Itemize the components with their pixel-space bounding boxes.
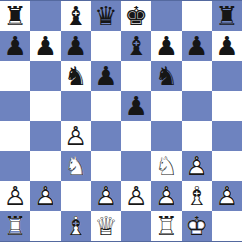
square-d7[interactable] <box>91 31 121 61</box>
square-f3[interactable]: ♞♘ <box>151 151 181 181</box>
square-d4[interactable] <box>91 121 121 151</box>
black-piece-body: ♜ <box>212 1 242 31</box>
black-piece-body: ♟ <box>61 31 91 61</box>
piece-white-bishop[interactable]: ♝♗ <box>61 211 91 241</box>
square-g6[interactable] <box>182 61 212 91</box>
square-c7[interactable]: ♟ <box>61 31 91 61</box>
piece-white-rook[interactable]: ♜♖ <box>151 211 181 241</box>
piece-white-queen[interactable]: ♛♕ <box>91 211 121 241</box>
piece-black-knight[interactable]: ♞ <box>61 61 91 91</box>
piece-black-pawn[interactable]: ♟ <box>151 31 181 61</box>
square-c4[interactable]: ♟♙ <box>61 121 91 151</box>
piece-white-pawn[interactable]: ♟♙ <box>121 181 151 211</box>
piece-white-pawn[interactable]: ♟♙ <box>91 181 121 211</box>
white-piece-outline: ♙ <box>212 181 242 211</box>
white-piece-outline: ♘ <box>61 151 91 181</box>
piece-white-pawn[interactable]: ♟♙ <box>0 181 30 211</box>
white-piece-outline: ♗ <box>182 181 212 211</box>
piece-white-king[interactable]: ♚♔ <box>182 211 212 241</box>
black-piece-body: ♟ <box>30 31 60 61</box>
white-piece-outline: ♗ <box>61 211 91 241</box>
piece-black-rook[interactable]: ♜ <box>212 1 242 31</box>
square-a6[interactable] <box>0 61 30 91</box>
square-a7[interactable]: ♟ <box>0 31 30 61</box>
black-piece-body: ♜ <box>0 1 30 31</box>
piece-white-pawn[interactable]: ♟♙ <box>212 181 242 211</box>
piece-black-rook[interactable]: ♜ <box>0 1 30 31</box>
square-h3[interactable] <box>212 151 242 181</box>
square-f7[interactable]: ♟ <box>151 31 181 61</box>
square-e3[interactable] <box>121 151 151 181</box>
square-b3[interactable] <box>30 151 60 181</box>
square-f5[interactable] <box>151 91 181 121</box>
square-e4[interactable] <box>121 121 151 151</box>
piece-white-knight[interactable]: ♞♘ <box>151 151 181 181</box>
white-piece-outline: ♖ <box>151 211 181 241</box>
square-f6[interactable]: ♞ <box>151 61 181 91</box>
square-h7[interactable]: ♟ <box>212 31 242 61</box>
piece-black-pawn[interactable]: ♟ <box>30 31 60 61</box>
square-g8[interactable] <box>182 1 212 31</box>
black-piece-body: ♝ <box>61 1 91 31</box>
black-piece-body: ♛ <box>91 1 121 31</box>
square-a4[interactable] <box>0 121 30 151</box>
piece-black-queen[interactable]: ♛ <box>91 1 121 31</box>
square-g2[interactable]: ♝♗ <box>182 181 212 211</box>
square-g7[interactable]: ♟ <box>182 31 212 61</box>
square-b7[interactable]: ♟ <box>30 31 60 61</box>
square-h1[interactable] <box>212 211 242 241</box>
square-e2[interactable]: ♟♙ <box>121 181 151 211</box>
square-d5[interactable] <box>91 91 121 121</box>
piece-white-rook[interactable]: ♜♖ <box>0 211 30 241</box>
square-h8[interactable]: ♜ <box>212 1 242 31</box>
piece-black-pawn[interactable]: ♟ <box>0 31 30 61</box>
piece-white-pawn[interactable]: ♟♙ <box>151 181 181 211</box>
piece-black-bishop[interactable]: ♝ <box>61 1 91 31</box>
black-piece-body: ♚ <box>121 1 151 31</box>
square-g3[interactable]: ♟♙ <box>182 151 212 181</box>
white-piece-outline: ♔ <box>182 211 212 241</box>
white-piece-outline: ♙ <box>151 181 181 211</box>
square-c8[interactable]: ♝ <box>61 1 91 31</box>
square-f4[interactable] <box>151 121 181 151</box>
square-e5[interactable]: ♟ <box>121 91 151 121</box>
square-a3[interactable] <box>0 151 30 181</box>
white-piece-outline: ♙ <box>61 121 91 151</box>
square-c1[interactable]: ♝♗ <box>61 211 91 241</box>
square-d1[interactable]: ♛♕ <box>91 211 121 241</box>
square-e7[interactable]: ♝ <box>121 31 151 61</box>
square-g4[interactable] <box>182 121 212 151</box>
square-d3[interactable] <box>91 151 121 181</box>
black-piece-body: ♟ <box>151 31 181 61</box>
square-e6[interactable] <box>121 61 151 91</box>
square-d6[interactable]: ♟ <box>91 61 121 91</box>
square-b4[interactable] <box>30 121 60 151</box>
square-c6[interactable]: ♞ <box>61 61 91 91</box>
square-c2[interactable] <box>61 181 91 211</box>
square-c3[interactable]: ♞♘ <box>61 151 91 181</box>
black-piece-body: ♞ <box>151 61 181 91</box>
square-h5[interactable] <box>212 91 242 121</box>
white-piece-outline: ♙ <box>182 151 212 181</box>
white-piece-outline: ♘ <box>151 151 181 181</box>
square-h2[interactable]: ♟♙ <box>212 181 242 211</box>
square-a2[interactable]: ♟♙ <box>0 181 30 211</box>
square-g1[interactable]: ♚♔ <box>182 211 212 241</box>
white-piece-outline: ♙ <box>0 181 30 211</box>
white-piece-outline: ♖ <box>0 211 30 241</box>
square-a5[interactable] <box>0 91 30 121</box>
piece-black-knight[interactable]: ♞ <box>151 61 181 91</box>
piece-white-knight[interactable]: ♞♘ <box>61 151 91 181</box>
square-b5[interactable] <box>30 91 60 121</box>
black-piece-body: ♟ <box>0 31 30 61</box>
black-piece-body: ♝ <box>121 31 151 61</box>
square-d2[interactable]: ♟♙ <box>91 181 121 211</box>
piece-white-pawn[interactable]: ♟♙ <box>182 151 212 181</box>
piece-black-king[interactable]: ♚ <box>121 1 151 31</box>
black-piece-body: ♟ <box>212 31 242 61</box>
piece-white-pawn[interactable]: ♟♙ <box>30 181 60 211</box>
black-piece-body: ♟ <box>91 61 121 91</box>
white-piece-outline: ♙ <box>91 181 121 211</box>
piece-black-pawn[interactable]: ♟ <box>121 91 151 121</box>
piece-black-pawn[interactable]: ♟ <box>91 61 121 91</box>
black-piece-body: ♟ <box>182 31 212 61</box>
chess-board: ♜♝♛♚♜♟♟♟♝♟♟♟♞♟♞♟♟♙♞♘♞♘♟♙♟♙♟♙♟♙♟♙♟♙♝♗♟♙♜♖… <box>0 0 242 242</box>
black-piece-body: ♟ <box>121 91 151 121</box>
black-piece-body: ♞ <box>61 61 91 91</box>
white-piece-outline: ♙ <box>30 181 60 211</box>
square-h4[interactable] <box>212 121 242 151</box>
square-b2[interactable]: ♟♙ <box>30 181 60 211</box>
square-b6[interactable] <box>30 61 60 91</box>
square-b8[interactable] <box>30 1 60 31</box>
piece-black-pawn[interactable]: ♟ <box>182 31 212 61</box>
piece-black-pawn[interactable]: ♟ <box>61 31 91 61</box>
square-f1[interactable]: ♜♖ <box>151 211 181 241</box>
piece-black-bishop[interactable]: ♝ <box>121 31 151 61</box>
piece-black-pawn[interactable]: ♟ <box>212 31 242 61</box>
square-c5[interactable] <box>61 91 91 121</box>
square-b1[interactable] <box>30 211 60 241</box>
white-piece-outline: ♕ <box>91 211 121 241</box>
square-d8[interactable]: ♛ <box>91 1 121 31</box>
square-e1[interactable] <box>121 211 151 241</box>
square-h6[interactable] <box>212 61 242 91</box>
piece-white-bishop[interactable]: ♝♗ <box>182 181 212 211</box>
piece-white-pawn[interactable]: ♟♙ <box>61 121 91 151</box>
white-piece-outline: ♙ <box>121 181 151 211</box>
square-a1[interactable]: ♜♖ <box>0 211 30 241</box>
square-e8[interactable]: ♚ <box>121 1 151 31</box>
square-f2[interactable]: ♟♙ <box>151 181 181 211</box>
square-a8[interactable]: ♜ <box>0 1 30 31</box>
square-f8[interactable] <box>151 1 181 31</box>
square-g5[interactable] <box>182 91 212 121</box>
